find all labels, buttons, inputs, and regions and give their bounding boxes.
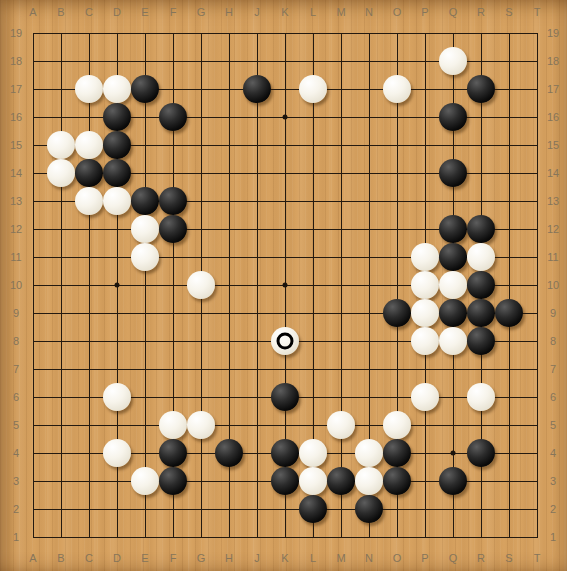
coord-label-left-5: 5 (13, 420, 19, 431)
stone-white-L4[interactable] (299, 439, 327, 467)
coord-label-bottom-P: P (421, 553, 428, 564)
stone-black-R4[interactable] (467, 439, 495, 467)
goban[interactable]: AABBCCDDEEFFGGHHJJKKLLMMNNOOPPQQRRSSTT19… (0, 0, 567, 571)
stone-white-G5[interactable] (187, 411, 215, 439)
stone-white-O17[interactable] (383, 75, 411, 103)
coord-label-right-15: 15 (547, 140, 559, 151)
stone-black-R8[interactable] (467, 327, 495, 355)
coord-label-bottom-N: N (365, 553, 373, 564)
stone-white-P9[interactable] (411, 299, 439, 327)
stone-black-N2[interactable] (355, 495, 383, 523)
stone-white-M5[interactable] (327, 411, 355, 439)
coord-label-top-T: T (534, 7, 541, 18)
coord-label-bottom-M: M (336, 553, 345, 564)
stone-black-M3[interactable] (327, 467, 355, 495)
coord-label-bottom-J: J (254, 553, 260, 564)
coord-label-top-O: O (393, 7, 402, 18)
coord-label-top-M: M (336, 7, 345, 18)
stone-black-S9[interactable] (495, 299, 523, 327)
stone-white-D4[interactable] (103, 439, 131, 467)
coord-label-left-16: 16 (10, 112, 22, 123)
stone-black-R9[interactable] (467, 299, 495, 327)
coord-label-left-19: 19 (10, 28, 22, 39)
stone-black-Q9[interactable] (439, 299, 467, 327)
stone-white-F5[interactable] (159, 411, 187, 439)
stone-black-F12[interactable] (159, 215, 187, 243)
last-move-marker (277, 333, 294, 350)
coord-label-left-2: 2 (13, 504, 19, 515)
coord-label-left-11: 11 (10, 252, 21, 263)
stone-white-P6[interactable] (411, 383, 439, 411)
star-point-K10 (283, 283, 288, 288)
stone-white-K8[interactable] (271, 327, 299, 355)
coord-label-left-10: 10 (10, 280, 22, 291)
coord-label-top-Q: Q (449, 7, 458, 18)
coord-label-right-12: 12 (547, 224, 559, 235)
go-board-screenshot: AABBCCDDEEFFGGHHJJKKLLMMNNOOPPQQRRSSTT19… (0, 0, 567, 571)
coord-label-left-13: 13 (10, 196, 22, 207)
stone-black-R10[interactable] (467, 271, 495, 299)
stone-black-F3[interactable] (159, 467, 187, 495)
coord-label-right-11: 11 (547, 252, 558, 263)
coord-label-top-K: K (281, 7, 288, 18)
stone-white-C15[interactable] (75, 131, 103, 159)
coord-label-right-16: 16 (547, 112, 559, 123)
stone-white-P10[interactable] (411, 271, 439, 299)
coord-label-bottom-L: L (310, 553, 316, 564)
stone-black-Q14[interactable] (439, 159, 467, 187)
stone-white-P8[interactable] (411, 327, 439, 355)
coord-label-right-6: 6 (550, 392, 556, 403)
coord-label-left-1: 1 (13, 532, 19, 543)
stone-white-B15[interactable] (47, 131, 75, 159)
coord-label-right-2: 2 (550, 504, 556, 515)
stone-black-Q16[interactable] (439, 103, 467, 131)
coord-label-right-14: 14 (547, 168, 559, 179)
stone-black-R12[interactable] (467, 215, 495, 243)
coord-label-right-13: 13 (547, 196, 559, 207)
coord-label-top-B: B (57, 7, 64, 18)
stone-black-C14[interactable] (75, 159, 103, 187)
coord-label-right-19: 19 (547, 28, 559, 39)
stone-white-Q18[interactable] (439, 47, 467, 75)
coord-label-top-N: N (365, 7, 373, 18)
stone-white-G10[interactable] (187, 271, 215, 299)
stone-black-Q3[interactable] (439, 467, 467, 495)
stone-white-D6[interactable] (103, 383, 131, 411)
coord-label-bottom-G: G (197, 553, 206, 564)
stone-black-F16[interactable] (159, 103, 187, 131)
coord-label-bottom-E: E (141, 553, 148, 564)
coord-label-left-4: 4 (13, 448, 19, 459)
stone-white-E11[interactable] (131, 243, 159, 271)
coord-label-right-17: 17 (547, 84, 559, 95)
coord-label-left-8: 8 (13, 336, 19, 347)
coord-label-top-F: F (170, 7, 177, 18)
coord-label-left-6: 6 (13, 392, 19, 403)
stone-white-B14[interactable] (47, 159, 75, 187)
stone-white-E12[interactable] (131, 215, 159, 243)
star-point-Q4 (451, 451, 456, 456)
coord-label-left-9: 9 (13, 308, 19, 319)
stone-white-N3[interactable] (355, 467, 383, 495)
coord-label-top-L: L (310, 7, 316, 18)
coord-label-bottom-A: A (29, 553, 36, 564)
coord-label-left-17: 17 (10, 84, 22, 95)
stone-white-R11[interactable] (467, 243, 495, 271)
stone-black-Q12[interactable] (439, 215, 467, 243)
coord-label-bottom-H: H (225, 553, 233, 564)
stone-black-E13[interactable] (131, 187, 159, 215)
coord-label-right-18: 18 (547, 56, 559, 67)
coord-label-bottom-F: F (170, 553, 177, 564)
coord-label-bottom-S: S (505, 553, 512, 564)
coord-label-bottom-B: B (57, 553, 64, 564)
coord-label-left-18: 18 (10, 56, 22, 67)
stone-black-O3[interactable] (383, 467, 411, 495)
coord-label-bottom-R: R (477, 553, 485, 564)
star-point-D10 (115, 283, 120, 288)
coord-label-top-R: R (477, 7, 485, 18)
stone-black-K6[interactable] (271, 383, 299, 411)
coord-label-top-C: C (85, 7, 93, 18)
stone-black-O4[interactable] (383, 439, 411, 467)
coord-label-right-9: 9 (550, 308, 556, 319)
coord-label-left-3: 3 (13, 476, 19, 487)
stone-white-R6[interactable] (467, 383, 495, 411)
stone-white-O5[interactable] (383, 411, 411, 439)
coord-label-top-G: G (197, 7, 206, 18)
stone-black-H4[interactable] (215, 439, 243, 467)
stone-black-D14[interactable] (103, 159, 131, 187)
stone-black-O9[interactable] (383, 299, 411, 327)
stone-black-J17[interactable] (243, 75, 271, 103)
coord-label-top-H: H (225, 7, 233, 18)
stone-black-D16[interactable] (103, 103, 131, 131)
stone-black-D15[interactable] (103, 131, 131, 159)
stone-black-L2[interactable] (299, 495, 327, 523)
stone-black-Q11[interactable] (439, 243, 467, 271)
stone-white-N4[interactable] (355, 439, 383, 467)
stone-black-E17[interactable] (131, 75, 159, 103)
stone-white-E3[interactable] (131, 467, 159, 495)
coord-label-top-J: J (254, 7, 260, 18)
coord-label-bottom-C: C (85, 553, 93, 564)
coord-label-top-D: D (113, 7, 121, 18)
star-point-K16 (283, 115, 288, 120)
coord-label-right-5: 5 (550, 420, 556, 431)
stone-white-P11[interactable] (411, 243, 439, 271)
stone-white-C17[interactable] (75, 75, 103, 103)
stone-white-C13[interactable] (75, 187, 103, 215)
coord-label-right-1: 1 (550, 532, 556, 543)
coord-label-bottom-K: K (281, 553, 288, 564)
coord-label-right-3: 3 (550, 476, 556, 487)
coord-label-left-12: 12 (10, 224, 22, 235)
stone-white-L17[interactable] (299, 75, 327, 103)
stone-white-D17[interactable] (103, 75, 131, 103)
coord-label-left-7: 7 (13, 364, 19, 375)
stone-white-Q8[interactable] (439, 327, 467, 355)
stone-black-F4[interactable] (159, 439, 187, 467)
coord-label-top-A: A (29, 7, 36, 18)
coord-label-right-10: 10 (547, 280, 559, 291)
coord-label-bottom-Q: Q (449, 553, 458, 564)
stone-black-F13[interactable] (159, 187, 187, 215)
coord-label-top-S: S (505, 7, 512, 18)
coord-label-bottom-D: D (113, 553, 121, 564)
coord-label-left-14: 14 (10, 168, 22, 179)
stone-white-L3[interactable] (299, 467, 327, 495)
coord-label-top-P: P (421, 7, 428, 18)
coord-label-top-E: E (141, 7, 148, 18)
coord-label-right-7: 7 (550, 364, 556, 375)
coord-label-right-4: 4 (550, 448, 556, 459)
coord-label-left-15: 15 (10, 140, 22, 151)
stone-black-R17[interactable] (467, 75, 495, 103)
coord-label-bottom-O: O (393, 553, 402, 564)
stone-white-D13[interactable] (103, 187, 131, 215)
stone-black-K4[interactable] (271, 439, 299, 467)
coord-label-right-8: 8 (550, 336, 556, 347)
coord-label-bottom-T: T (534, 553, 541, 564)
stone-white-Q10[interactable] (439, 271, 467, 299)
stone-black-K3[interactable] (271, 467, 299, 495)
